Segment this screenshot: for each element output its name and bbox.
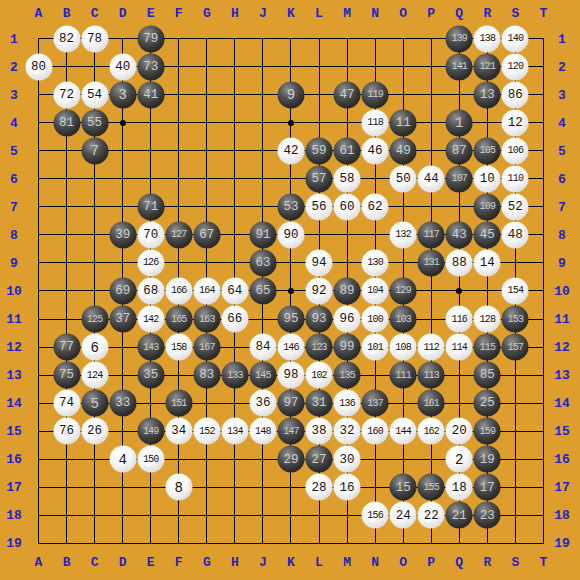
stone-B13-move-75: 75: [53, 362, 80, 389]
stone-M17-move-16: 16: [334, 474, 361, 501]
stone-R3-move-13: 13: [474, 81, 501, 108]
stone-F17-move-8: 8: [165, 474, 192, 501]
stone-Q16-move-2: 2: [446, 446, 473, 473]
stone-F12-move-158: 158: [165, 334, 192, 361]
stone-Q6-move-107: 107: [446, 165, 473, 192]
stone-F14-move-151: 151: [165, 390, 192, 417]
stone-O17-move-15: 15: [390, 474, 417, 501]
stone-N5-move-46: 46: [362, 137, 389, 164]
col-label-top-R: R: [483, 7, 491, 20]
col-label-top-M: M: [343, 7, 351, 20]
row-label-left-18: 18: [6, 509, 22, 522]
stone-P8-move-117: 117: [418, 221, 445, 248]
stone-C11-move-125: 125: [81, 306, 108, 333]
row-label-right-6: 6: [558, 172, 566, 185]
stone-G8-move-67: 67: [193, 221, 220, 248]
stone-M11-move-96: 96: [334, 306, 361, 333]
stone-N10-move-104: 104: [362, 277, 389, 304]
col-label-top-F: F: [175, 7, 183, 20]
grid-line-vertical: [543, 38, 544, 544]
row-label-right-15: 15: [554, 425, 570, 438]
stone-Q5-move-87: 87: [446, 137, 473, 164]
stone-S11-move-153: 153: [502, 306, 529, 333]
stone-R12-move-115: 115: [474, 334, 501, 361]
stone-S8-move-48: 48: [502, 221, 529, 248]
stone-R5-move-105: 105: [474, 137, 501, 164]
stone-R7-move-109: 109: [474, 193, 501, 220]
stone-C1-move-78: 78: [81, 25, 108, 52]
stone-O15-move-144: 144: [390, 418, 417, 445]
stone-C14-move-5: 5: [81, 390, 108, 417]
stone-K12-move-146: 146: [277, 334, 304, 361]
row-label-left-6: 6: [10, 172, 18, 185]
row-label-right-1: 1: [558, 32, 566, 45]
stone-L11-move-93: 93: [306, 306, 333, 333]
col-label-top-E: E: [147, 7, 155, 20]
stone-D3-move-3: 3: [109, 81, 136, 108]
row-label-left-16: 16: [6, 453, 22, 466]
col-label-top-B: B: [63, 7, 71, 20]
row-label-right-17: 17: [554, 481, 570, 494]
col-label-bottom-O: O: [399, 556, 407, 569]
stone-D8-move-39: 39: [109, 221, 136, 248]
col-label-top-C: C: [91, 7, 99, 20]
stone-J15-move-148: 148: [249, 418, 276, 445]
stone-K7-move-53: 53: [277, 193, 304, 220]
stone-J9-move-63: 63: [249, 249, 276, 276]
stone-O12-move-108: 108: [390, 334, 417, 361]
col-label-bottom-B: B: [63, 556, 71, 569]
row-label-right-12: 12: [554, 341, 570, 354]
stone-F11-move-165: 165: [165, 306, 192, 333]
stone-F10-move-166: 166: [165, 277, 192, 304]
row-label-left-5: 5: [10, 144, 18, 157]
row-label-right-5: 5: [558, 144, 566, 157]
col-label-top-N: N: [371, 7, 379, 20]
col-label-bottom-C: C: [91, 556, 99, 569]
stone-E8-move-70: 70: [137, 221, 164, 248]
col-label-bottom-R: R: [483, 556, 491, 569]
stone-S6-move-110: 110: [502, 165, 529, 192]
stone-G10-move-164: 164: [193, 277, 220, 304]
star-point-K4: [288, 120, 294, 126]
stone-B4-move-81: 81: [53, 109, 80, 136]
star-point-Q10: [456, 288, 462, 294]
col-label-bottom-L: L: [315, 556, 323, 569]
stone-O13-move-111: 111: [390, 362, 417, 389]
stone-P9-move-131: 131: [418, 249, 445, 276]
stone-S10-move-154: 154: [502, 277, 529, 304]
row-label-right-2: 2: [558, 60, 566, 73]
stone-C12-move-6: 6: [81, 334, 108, 361]
stone-F15-move-34: 34: [165, 418, 192, 445]
stone-G13-move-83: 83: [193, 362, 220, 389]
stone-M7-move-60: 60: [334, 193, 361, 220]
stone-K16-move-29: 29: [277, 446, 304, 473]
stone-R6-move-10: 10: [474, 165, 501, 192]
stone-B15-move-76: 76: [53, 418, 80, 445]
col-label-bottom-M: M: [343, 556, 351, 569]
stone-S1-move-140: 140: [502, 25, 529, 52]
stone-H11-move-66: 66: [221, 306, 248, 333]
row-label-right-9: 9: [558, 256, 566, 269]
stone-K5-move-42: 42: [277, 137, 304, 164]
col-label-bottom-T: T: [539, 556, 547, 569]
stone-P12-move-112: 112: [418, 334, 445, 361]
row-label-left-14: 14: [6, 397, 22, 410]
row-label-left-19: 19: [6, 537, 22, 550]
stone-O4-move-11: 11: [390, 109, 417, 136]
col-label-bottom-N: N: [371, 556, 379, 569]
col-label-top-J: J: [259, 7, 267, 20]
row-label-left-11: 11: [6, 313, 22, 326]
stone-J13-move-145: 145: [249, 362, 276, 389]
grid-line-horizontal: [38, 543, 544, 544]
stone-F8-move-127: 127: [165, 221, 192, 248]
stone-J12-move-84: 84: [249, 334, 276, 361]
row-label-left-8: 8: [10, 228, 18, 241]
col-label-top-L: L: [315, 7, 323, 20]
row-label-left-13: 13: [6, 369, 22, 382]
stone-N15-move-160: 160: [362, 418, 389, 445]
stone-M12-move-99: 99: [334, 334, 361, 361]
stone-E1-move-79: 79: [137, 25, 164, 52]
stone-C13-move-124: 124: [81, 362, 108, 389]
stone-R9-move-14: 14: [474, 249, 501, 276]
stone-N9-move-130: 130: [362, 249, 389, 276]
col-label-bottom-A: A: [35, 556, 43, 569]
stone-Q11-move-116: 116: [446, 306, 473, 333]
stone-E12-move-143: 143: [137, 334, 164, 361]
row-label-right-19: 19: [554, 537, 570, 550]
col-label-top-H: H: [231, 7, 239, 20]
row-label-right-4: 4: [558, 116, 566, 129]
stone-K15-move-147: 147: [277, 418, 304, 445]
col-label-bottom-J: J: [259, 556, 267, 569]
stone-Q8-move-43: 43: [446, 221, 473, 248]
stone-J10-move-65: 65: [249, 277, 276, 304]
stone-R2-move-121: 121: [474, 53, 501, 80]
row-label-right-8: 8: [558, 228, 566, 241]
row-label-left-2: 2: [10, 60, 18, 73]
stone-L9-move-94: 94: [306, 249, 333, 276]
col-label-top-S: S: [511, 7, 519, 20]
stone-M14-move-136: 136: [334, 390, 361, 417]
row-label-right-10: 10: [554, 284, 570, 297]
stone-O5-move-49: 49: [390, 137, 417, 164]
row-label-left-3: 3: [10, 88, 18, 101]
stone-P18-move-22: 22: [418, 502, 445, 529]
col-label-bottom-D: D: [119, 556, 127, 569]
row-label-right-11: 11: [554, 313, 570, 326]
stone-L16-move-27: 27: [306, 446, 333, 473]
stone-R13-move-85: 85: [474, 362, 501, 389]
stone-O8-move-132: 132: [390, 221, 417, 248]
stone-S12-move-157: 157: [502, 334, 529, 361]
stone-R17-move-17: 17: [474, 474, 501, 501]
col-label-top-Q: Q: [455, 7, 463, 20]
row-label-right-16: 16: [554, 453, 570, 466]
stone-M10-move-89: 89: [334, 277, 361, 304]
stone-M16-move-30: 30: [334, 446, 361, 473]
col-label-bottom-S: S: [511, 556, 519, 569]
stone-S5-move-106: 106: [502, 137, 529, 164]
stone-L12-move-123: 123: [306, 334, 333, 361]
stone-J14-move-36: 36: [249, 390, 276, 417]
stone-Q17-move-18: 18: [446, 474, 473, 501]
col-label-bottom-G: G: [203, 556, 211, 569]
row-label-right-14: 14: [554, 397, 570, 410]
stone-N3-move-119: 119: [362, 81, 389, 108]
stone-D10-move-69: 69: [109, 277, 136, 304]
stone-N4-move-118: 118: [362, 109, 389, 136]
col-label-top-A: A: [35, 7, 43, 20]
stone-N11-move-100: 100: [362, 306, 389, 333]
stone-S2-move-120: 120: [502, 53, 529, 80]
stone-R14-move-25: 25: [474, 390, 501, 417]
stone-K8-move-90: 90: [277, 221, 304, 248]
stone-E10-move-68: 68: [137, 277, 164, 304]
stone-S7-move-52: 52: [502, 193, 529, 220]
stone-E3-move-41: 41: [137, 81, 164, 108]
stone-K3-move-9: 9: [277, 81, 304, 108]
col-label-bottom-Q: Q: [455, 556, 463, 569]
stone-J8-move-91: 91: [249, 221, 276, 248]
col-label-top-P: P: [427, 7, 435, 20]
stone-E13-move-35: 35: [137, 362, 164, 389]
stone-B1-move-82: 82: [53, 25, 80, 52]
stone-E7-move-71: 71: [137, 193, 164, 220]
stone-A2-move-80: 80: [25, 53, 52, 80]
stone-E16-move-150: 150: [137, 446, 164, 473]
col-label-top-K: K: [287, 7, 295, 20]
stone-B3-move-72: 72: [53, 81, 80, 108]
stone-P15-move-162: 162: [418, 418, 445, 445]
stone-M5-move-61: 61: [334, 137, 361, 164]
stone-P6-move-44: 44: [418, 165, 445, 192]
stone-L7-move-56: 56: [306, 193, 333, 220]
stone-C15-move-26: 26: [81, 418, 108, 445]
stone-O18-move-24: 24: [390, 502, 417, 529]
stone-L10-move-92: 92: [306, 277, 333, 304]
col-label-top-G: G: [203, 7, 211, 20]
stone-E11-move-142: 142: [137, 306, 164, 333]
stone-R1-move-138: 138: [474, 25, 501, 52]
stone-L5-move-59: 59: [306, 137, 333, 164]
stone-K14-move-97: 97: [277, 390, 304, 417]
stone-N7-move-62: 62: [362, 193, 389, 220]
grid-line-vertical: [431, 38, 432, 544]
row-label-right-13: 13: [554, 369, 570, 382]
row-label-left-7: 7: [10, 200, 18, 213]
stone-O10-move-129: 129: [390, 277, 417, 304]
stone-E15-move-149: 149: [137, 418, 164, 445]
stone-D2-move-40: 40: [109, 53, 136, 80]
col-label-bottom-H: H: [231, 556, 239, 569]
stone-S3-move-86: 86: [502, 81, 529, 108]
star-point-K10: [288, 288, 294, 294]
stone-D11-move-37: 37: [109, 306, 136, 333]
row-label-right-7: 7: [558, 200, 566, 213]
go-board[interactable]: AABBCCDDEEFFGGHHJJKKLLMMNNOOPPQQRRSSTT11…: [0, 0, 580, 580]
stone-Q2-move-141: 141: [446, 53, 473, 80]
row-label-right-18: 18: [554, 509, 570, 522]
row-label-left-9: 9: [10, 256, 18, 269]
col-label-top-O: O: [399, 7, 407, 20]
stone-D16-move-4: 4: [109, 446, 136, 473]
stone-B14-move-74: 74: [53, 390, 80, 417]
row-label-left-12: 12: [6, 341, 22, 354]
stone-G15-move-152: 152: [193, 418, 220, 445]
stone-G11-move-163: 163: [193, 306, 220, 333]
stone-R16-move-19: 19: [474, 446, 501, 473]
stone-N18-move-156: 156: [362, 502, 389, 529]
stone-C5-move-7: 7: [81, 137, 108, 164]
stone-M6-move-58: 58: [334, 165, 361, 192]
stone-P13-move-113: 113: [418, 362, 445, 389]
row-label-left-15: 15: [6, 425, 22, 438]
stone-M3-move-47: 47: [334, 81, 361, 108]
row-label-left-10: 10: [6, 284, 22, 297]
stone-Q18-move-21: 21: [446, 502, 473, 529]
stone-L15-move-38: 38: [306, 418, 333, 445]
stone-P17-move-155: 155: [418, 474, 445, 501]
stone-K13-move-98: 98: [277, 362, 304, 389]
stone-R11-move-128: 128: [474, 306, 501, 333]
stone-L14-move-31: 31: [306, 390, 333, 417]
stone-Q1-move-139: 139: [446, 25, 473, 52]
stone-D14-move-33: 33: [109, 390, 136, 417]
stone-L17-move-28: 28: [306, 474, 333, 501]
stone-P14-move-161: 161: [418, 390, 445, 417]
stone-O11-move-103: 103: [390, 306, 417, 333]
stone-R18-move-23: 23: [474, 502, 501, 529]
stone-S4-move-12: 12: [502, 109, 529, 136]
col-label-bottom-P: P: [427, 556, 435, 569]
row-label-right-3: 3: [558, 88, 566, 101]
stone-L13-move-102: 102: [306, 362, 333, 389]
col-label-top-D: D: [119, 7, 127, 20]
stone-Q15-move-20: 20: [446, 418, 473, 445]
stone-O6-move-50: 50: [390, 165, 417, 192]
col-label-top-T: T: [539, 7, 547, 20]
stone-C3-move-54: 54: [81, 81, 108, 108]
row-label-left-4: 4: [10, 116, 18, 129]
col-label-bottom-K: K: [287, 556, 295, 569]
stone-M13-move-135: 135: [334, 362, 361, 389]
stone-R8-move-45: 45: [474, 221, 501, 248]
stone-E9-move-126: 126: [137, 249, 164, 276]
stone-K11-move-95: 95: [277, 306, 304, 333]
stone-Q9-move-88: 88: [446, 249, 473, 276]
stone-Q12-move-114: 114: [446, 334, 473, 361]
stone-E2-move-73: 73: [137, 53, 164, 80]
row-label-left-1: 1: [10, 32, 18, 45]
row-label-left-17: 17: [6, 481, 22, 494]
stone-H10-move-64: 64: [221, 277, 248, 304]
col-label-bottom-E: E: [147, 556, 155, 569]
stone-M15-move-32: 32: [334, 418, 361, 445]
stone-N14-move-137: 137: [362, 390, 389, 417]
stone-H15-move-134: 134: [221, 418, 248, 445]
star-point-D4: [120, 120, 126, 126]
stone-G12-move-167: 167: [193, 334, 220, 361]
stone-H13-move-133: 133: [221, 362, 248, 389]
stone-C4-move-55: 55: [81, 109, 108, 136]
stone-R15-move-159: 159: [474, 418, 501, 445]
stone-L6-move-57: 57: [306, 165, 333, 192]
stone-B12-move-77: 77: [53, 334, 80, 361]
stone-Q4-move-1: 1: [446, 109, 473, 136]
stone-N12-move-101: 101: [362, 334, 389, 361]
col-label-bottom-F: F: [175, 556, 183, 569]
